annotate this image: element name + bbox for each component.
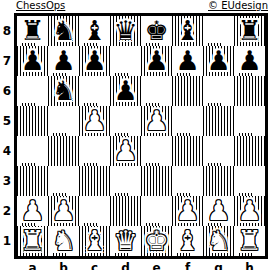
chess-diagram: ChessOps © EUdesign 87654321 ♜♞♝♛♚♝♜♟♟♟♟…	[0, 0, 270, 270]
white-pawn-icon: ♟	[113, 136, 137, 166]
square-d6: ♟	[110, 76, 141, 106]
square-g6	[203, 76, 234, 106]
square-f1: ♝	[172, 226, 203, 256]
square-h3	[234, 166, 265, 196]
black-pawn-icon: ♟	[82, 46, 106, 76]
file-label-c: c	[79, 262, 110, 270]
square-e8: ♚	[141, 16, 172, 46]
file-label-g: g	[203, 262, 234, 270]
square-f2: ♟	[172, 196, 203, 226]
board: ♜♞♝♛♚♝♜♟♟♟♟♟♟♟♞♟♟♟♟♟♟♟♟♟♜♞♝♛♚♝♞♜	[14, 13, 268, 259]
black-queen-icon: ♛	[113, 16, 137, 46]
square-h2: ♟	[234, 196, 265, 226]
header-bar: ChessOps © EUdesign	[16, 0, 268, 13]
white-pawn-icon: ♟	[206, 196, 230, 226]
black-knight-icon: ♞	[51, 76, 75, 106]
square-d2	[110, 196, 141, 226]
rank-label-3: 3	[0, 166, 14, 196]
square-c5: ♟	[79, 106, 110, 136]
square-e6	[141, 76, 172, 106]
square-b4	[48, 136, 79, 166]
square-d1: ♛	[110, 226, 141, 256]
file-label-d: d	[110, 262, 141, 270]
square-a4	[17, 136, 48, 166]
white-king-icon: ♚	[144, 226, 168, 256]
square-e7: ♟	[141, 46, 172, 76]
file-label-f: f	[172, 262, 203, 270]
square-f4	[172, 136, 203, 166]
square-f7: ♟	[172, 46, 203, 76]
square-a2: ♟	[17, 196, 48, 226]
black-pawn-icon: ♟	[51, 46, 75, 76]
white-bishop-icon: ♝	[82, 226, 106, 256]
rank-label-1: 1	[0, 226, 14, 256]
board-area: 87654321 ♜♞♝♛♚♝♜♟♟♟♟♟♟♟♞♟♟♟♟♟♟♟♟♟♜♞♝♛♚♝♞…	[0, 13, 268, 259]
square-f5	[172, 106, 203, 136]
square-a5	[17, 106, 48, 136]
square-b1: ♞	[48, 226, 79, 256]
black-rook-icon: ♜	[237, 16, 261, 46]
square-a1: ♜	[17, 226, 48, 256]
rank-labels: 87654321	[0, 13, 14, 259]
square-f6	[172, 76, 203, 106]
square-c6	[79, 76, 110, 106]
square-d3	[110, 166, 141, 196]
black-king-icon: ♚	[144, 16, 168, 46]
square-g5	[203, 106, 234, 136]
square-b5	[48, 106, 79, 136]
black-pawn-icon: ♟	[175, 46, 199, 76]
square-b2: ♟	[48, 196, 79, 226]
square-a6	[17, 76, 48, 106]
white-pawn-icon: ♟	[51, 196, 75, 226]
square-h6	[234, 76, 265, 106]
square-a7: ♟	[17, 46, 48, 76]
square-f8: ♝	[172, 16, 203, 46]
square-e2	[141, 196, 172, 226]
black-bishop-icon: ♝	[175, 16, 199, 46]
square-g3	[203, 166, 234, 196]
black-pawn-icon: ♟	[206, 46, 230, 76]
square-f3	[172, 166, 203, 196]
square-h5	[234, 106, 265, 136]
square-h8: ♜	[234, 16, 265, 46]
white-bishop-icon: ♝	[175, 226, 199, 256]
square-b8: ♞	[48, 16, 79, 46]
rank-label-5: 5	[0, 106, 14, 136]
black-knight-icon: ♞	[51, 16, 75, 46]
square-c4	[79, 136, 110, 166]
square-g2: ♟	[203, 196, 234, 226]
black-bishop-icon: ♝	[82, 16, 106, 46]
black-pawn-icon: ♟	[237, 46, 261, 76]
square-d4: ♟	[110, 136, 141, 166]
square-g1: ♞	[203, 226, 234, 256]
square-e3	[141, 166, 172, 196]
square-g7: ♟	[203, 46, 234, 76]
black-rook-icon: ♜	[20, 16, 44, 46]
black-pawn-icon: ♟	[144, 46, 168, 76]
square-d5	[110, 106, 141, 136]
square-d7	[110, 46, 141, 76]
square-c3	[79, 166, 110, 196]
black-pawn-icon: ♟	[113, 76, 137, 106]
file-label-a: a	[17, 262, 48, 270]
square-h7: ♟	[234, 46, 265, 76]
square-b3	[48, 166, 79, 196]
file-label-e: e	[141, 262, 172, 270]
file-label-b: b	[48, 262, 79, 270]
rank-label-7: 7	[0, 46, 14, 76]
white-rook-icon: ♜	[20, 226, 44, 256]
square-b7: ♟	[48, 46, 79, 76]
white-pawn-icon: ♟	[237, 196, 261, 226]
white-knight-icon: ♞	[51, 226, 75, 256]
square-h4	[234, 136, 265, 166]
square-c2	[79, 196, 110, 226]
file-label-h: h	[234, 262, 265, 270]
square-a8: ♜	[17, 16, 48, 46]
square-b6: ♞	[48, 76, 79, 106]
copyright-link[interactable]: © EUdesign	[208, 0, 268, 12]
square-a3	[17, 166, 48, 196]
rank-label-6: 6	[0, 76, 14, 106]
white-knight-icon: ♞	[206, 226, 230, 256]
file-labels: abcdefgh	[17, 262, 265, 270]
app-title-link[interactable]: ChessOps	[16, 0, 65, 12]
square-e1: ♚	[141, 226, 172, 256]
white-pawn-icon: ♟	[20, 196, 44, 226]
white-pawn-icon: ♟	[144, 106, 168, 136]
square-e4	[141, 136, 172, 166]
rank-label-8: 8	[0, 16, 14, 46]
square-h1: ♜	[234, 226, 265, 256]
rank-label-4: 4	[0, 136, 14, 166]
white-rook-icon: ♜	[237, 226, 261, 256]
rank-label-2: 2	[0, 196, 14, 226]
square-e5: ♟	[141, 106, 172, 136]
white-pawn-icon: ♟	[82, 106, 106, 136]
square-c7: ♟	[79, 46, 110, 76]
square-g4	[203, 136, 234, 166]
square-c1: ♝	[79, 226, 110, 256]
white-pawn-icon: ♟	[175, 196, 199, 226]
square-g8	[203, 16, 234, 46]
black-pawn-icon: ♟	[20, 46, 44, 76]
white-queen-icon: ♛	[113, 226, 137, 256]
square-d8: ♛	[110, 16, 141, 46]
square-c8: ♝	[79, 16, 110, 46]
